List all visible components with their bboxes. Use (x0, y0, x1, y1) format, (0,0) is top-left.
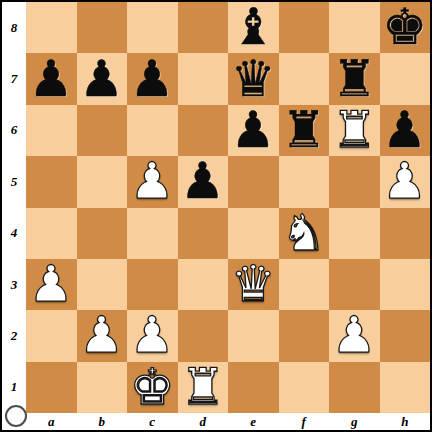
square-d8[interactable] (178, 2, 229, 53)
square-b3[interactable] (77, 259, 128, 310)
square-h5[interactable]: ♟ (380, 156, 431, 207)
square-c7[interactable]: ♟ (127, 53, 178, 104)
square-g2[interactable]: ♟ (329, 310, 380, 361)
square-e3[interactable]: ♛ (228, 259, 279, 310)
turn-indicator-cell (2, 413, 26, 430)
file-label-g: g (329, 413, 380, 430)
black-pawn-b7[interactable]: ♟ (79, 54, 124, 105)
square-b6[interactable] (77, 105, 128, 156)
file-labels: abcdefgh (26, 413, 430, 430)
square-b5[interactable] (77, 156, 128, 207)
square-b7[interactable]: ♟ (77, 53, 128, 104)
square-f2[interactable] (279, 310, 330, 361)
chess-board: ♝♚♟♟♟♛♜♟♜♜♟♟♟♟♞♟♛♟♟♟♚♜ (26, 2, 430, 413)
square-a8[interactable] (26, 2, 77, 53)
square-g6[interactable]: ♜ (329, 105, 380, 156)
black-pawn-d5[interactable]: ♟ (180, 156, 225, 207)
square-e6[interactable]: ♟ (228, 105, 279, 156)
square-e8[interactable]: ♝ (228, 2, 279, 53)
file-label-b: b (77, 413, 128, 430)
square-b4[interactable] (77, 208, 128, 259)
square-c1[interactable]: ♚ (127, 362, 178, 413)
white-pawn-c5[interactable]: ♟ (130, 156, 175, 207)
square-e2[interactable] (228, 310, 279, 361)
white-rook-g6[interactable]: ♜ (332, 105, 377, 156)
white-pawn-h5[interactable]: ♟ (382, 156, 427, 207)
square-d4[interactable] (178, 208, 229, 259)
white-pawn-b2[interactable]: ♟ (79, 310, 124, 361)
square-g8[interactable] (329, 2, 380, 53)
square-a7[interactable]: ♟ (26, 53, 77, 104)
rank-label-3: 3 (2, 259, 26, 310)
square-d1[interactable]: ♜ (178, 362, 229, 413)
square-h2[interactable] (380, 310, 431, 361)
black-rook-g7[interactable]: ♜ (332, 54, 377, 105)
rank-label-2: 2 (2, 310, 26, 361)
square-c2[interactable]: ♟ (127, 310, 178, 361)
rank-labels: 87654321 (2, 2, 26, 413)
square-g4[interactable] (329, 208, 380, 259)
square-d5[interactable]: ♟ (178, 156, 229, 207)
white-knight-f4[interactable]: ♞ (281, 208, 326, 259)
square-e5[interactable] (228, 156, 279, 207)
chess-diagram: 87654321 ♝♚♟♟♟♛♜♟♜♜♟♟♟♟♞♟♛♟♟♟♚♜ abcdefgh (0, 0, 432, 432)
rank-label-8: 8 (2, 2, 26, 53)
square-c6[interactable] (127, 105, 178, 156)
square-f7[interactable] (279, 53, 330, 104)
square-h8[interactable]: ♚ (380, 2, 431, 53)
square-g5[interactable] (329, 156, 380, 207)
white-rook-d1[interactable]: ♜ (180, 362, 225, 413)
black-queen-e7[interactable]: ♛ (231, 54, 276, 105)
square-f8[interactable] (279, 2, 330, 53)
square-c8[interactable] (127, 2, 178, 53)
black-bishop-e8[interactable]: ♝ (231, 2, 276, 53)
rank-label-4: 4 (2, 208, 26, 259)
file-label-c: c (127, 413, 178, 430)
square-d3[interactable] (178, 259, 229, 310)
square-f6[interactable]: ♜ (279, 105, 330, 156)
square-f5[interactable] (279, 156, 330, 207)
file-label-e: e (228, 413, 279, 430)
black-king-h8[interactable]: ♚ (382, 2, 427, 53)
rank-label-5: 5 (2, 156, 26, 207)
square-g3[interactable] (329, 259, 380, 310)
square-d2[interactable] (178, 310, 229, 361)
square-g1[interactable] (329, 362, 380, 413)
square-c3[interactable] (127, 259, 178, 310)
black-pawn-e6[interactable]: ♟ (231, 105, 276, 156)
square-h4[interactable] (380, 208, 431, 259)
square-e1[interactable] (228, 362, 279, 413)
square-f1[interactable] (279, 362, 330, 413)
square-a1[interactable] (26, 362, 77, 413)
white-to-move-indicator (5, 405, 27, 427)
rank-label-7: 7 (2, 53, 26, 104)
square-b2[interactable]: ♟ (77, 310, 128, 361)
square-e7[interactable]: ♛ (228, 53, 279, 104)
square-h1[interactable] (380, 362, 431, 413)
file-label-d: d (178, 413, 229, 430)
black-pawn-c7[interactable]: ♟ (130, 54, 175, 105)
white-king-c1[interactable]: ♚ (130, 362, 175, 413)
square-a2[interactable] (26, 310, 77, 361)
square-b1[interactable] (77, 362, 128, 413)
square-f3[interactable] (279, 259, 330, 310)
square-d6[interactable] (178, 105, 229, 156)
file-label-a: a (26, 413, 77, 430)
white-pawn-a3[interactable]: ♟ (29, 259, 74, 310)
square-b8[interactable] (77, 2, 128, 53)
square-h3[interactable] (380, 259, 431, 310)
white-queen-e3[interactable]: ♛ (231, 259, 276, 310)
file-label-h: h (380, 413, 431, 430)
white-pawn-c2[interactable]: ♟ (130, 310, 175, 361)
square-g7[interactable]: ♜ (329, 53, 380, 104)
square-f4[interactable]: ♞ (279, 208, 330, 259)
black-pawn-a7[interactable]: ♟ (29, 54, 74, 105)
white-pawn-g2[interactable]: ♟ (332, 310, 377, 361)
square-e4[interactable] (228, 208, 279, 259)
black-rook-f6[interactable]: ♜ (281, 105, 326, 156)
square-a4[interactable] (26, 208, 77, 259)
square-d7[interactable] (178, 53, 229, 104)
square-c5[interactable]: ♟ (127, 156, 178, 207)
file-label-f: f (279, 413, 330, 430)
board-with-labels: 87654321 ♝♚♟♟♟♛♜♟♜♜♟♟♟♟♞♟♛♟♟♟♚♜ abcdefgh (2, 2, 430, 430)
square-h6[interactable]: ♟ (380, 105, 431, 156)
rank-label-6: 6 (2, 105, 26, 156)
square-a3[interactable]: ♟ (26, 259, 77, 310)
black-pawn-h6[interactable]: ♟ (382, 105, 427, 156)
square-c4[interactable] (127, 208, 178, 259)
square-a6[interactable] (26, 105, 77, 156)
square-a5[interactable] (26, 156, 77, 207)
square-h7[interactable] (380, 53, 431, 104)
